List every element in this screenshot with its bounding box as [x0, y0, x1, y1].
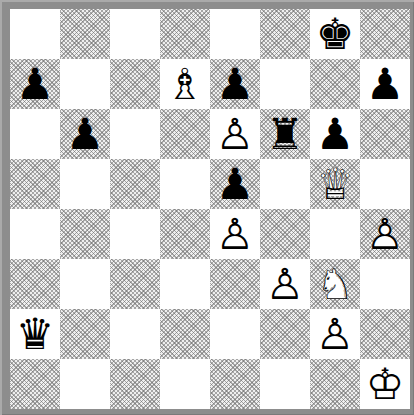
square-d7[interactable]: ♝♗ [160, 59, 210, 109]
square-c2[interactable] [110, 309, 160, 359]
square-e1[interactable] [210, 359, 260, 409]
white-bishop-glyph: ♗ [166, 63, 205, 106]
square-g8[interactable]: ♚ [310, 9, 360, 59]
white-bishop[interactable]: ♝♗ [160, 59, 210, 109]
square-h2[interactable] [360, 309, 410, 359]
square-b3[interactable] [60, 259, 110, 309]
square-h6[interactable] [360, 109, 410, 159]
black-pawn[interactable]: ♟ [60, 109, 110, 159]
white-pawn[interactable]: ♟♙ [310, 309, 360, 359]
black-pawn[interactable]: ♟ [310, 109, 360, 159]
square-e3[interactable] [210, 259, 260, 309]
square-d1[interactable] [160, 359, 210, 409]
square-c7[interactable] [110, 59, 160, 109]
black-pawn[interactable]: ♟ [210, 59, 260, 109]
square-a3[interactable] [10, 259, 60, 309]
square-c8[interactable] [110, 9, 160, 59]
square-h5[interactable] [360, 159, 410, 209]
white-king[interactable]: ♚♔ [360, 359, 410, 409]
square-g7[interactable] [310, 59, 360, 109]
white-queen[interactable]: ♛♕ [310, 159, 360, 209]
square-a4[interactable] [10, 209, 60, 259]
white-knight-glyph: ♘ [316, 263, 355, 306]
white-pawn-glyph: ♙ [216, 213, 255, 256]
square-g4[interactable] [310, 209, 360, 259]
white-queen-glyph: ♕ [316, 163, 355, 206]
square-c5[interactable] [110, 159, 160, 209]
white-pawn-glyph: ♙ [216, 113, 255, 156]
square-d6[interactable] [160, 109, 210, 159]
square-b7[interactable] [60, 59, 110, 109]
chess-board: ♚♟♝♗♟♟♟♟♙♜♟♟♛♕♟♙♟♙♟♙♞♘♛♟♙♚♔ [10, 9, 410, 409]
square-a5[interactable] [10, 159, 60, 209]
square-f2[interactable] [260, 309, 310, 359]
square-c3[interactable] [110, 259, 160, 309]
square-g2[interactable]: ♟♙ [310, 309, 360, 359]
white-pawn-glyph: ♙ [366, 213, 405, 256]
square-b6[interactable]: ♟ [60, 109, 110, 159]
square-b2[interactable] [60, 309, 110, 359]
black-pawn[interactable]: ♟ [210, 159, 260, 209]
black-pawn-glyph: ♟ [16, 63, 55, 106]
square-h8[interactable] [360, 9, 410, 59]
black-pawn[interactable]: ♟ [360, 59, 410, 109]
white-pawn[interactable]: ♟♙ [360, 209, 410, 259]
square-f8[interactable] [260, 9, 310, 59]
black-pawn-glyph: ♟ [216, 163, 255, 206]
square-e4[interactable]: ♟♙ [210, 209, 260, 259]
square-d4[interactable] [160, 209, 210, 259]
square-e2[interactable] [210, 309, 260, 359]
square-h1[interactable]: ♚♔ [360, 359, 410, 409]
square-b5[interactable] [60, 159, 110, 209]
square-e6[interactable]: ♟♙ [210, 109, 260, 159]
square-a6[interactable] [10, 109, 60, 159]
square-f4[interactable] [260, 209, 310, 259]
white-pawn[interactable]: ♟♙ [210, 209, 260, 259]
square-f6[interactable]: ♜ [260, 109, 310, 159]
square-d2[interactable] [160, 309, 210, 359]
square-a7[interactable]: ♟ [10, 59, 60, 109]
square-c4[interactable] [110, 209, 160, 259]
square-g5[interactable]: ♛♕ [310, 159, 360, 209]
square-b4[interactable] [60, 209, 110, 259]
white-king-glyph: ♔ [366, 363, 405, 406]
square-h7[interactable]: ♟ [360, 59, 410, 109]
board-frame: ♚♟♝♗♟♟♟♟♙♜♟♟♛♕♟♙♟♙♟♙♞♘♛♟♙♚♔ [0, 0, 414, 415]
black-king[interactable]: ♚ [310, 9, 360, 59]
square-d3[interactable] [160, 259, 210, 309]
square-e8[interactable] [210, 9, 260, 59]
black-pawn-glyph: ♟ [66, 113, 105, 156]
white-pawn[interactable]: ♟♙ [260, 259, 310, 309]
black-pawn-glyph: ♟ [316, 113, 355, 156]
black-rook-glyph: ♜ [266, 113, 305, 156]
square-a8[interactable] [10, 9, 60, 59]
black-king-glyph: ♚ [316, 13, 355, 56]
black-queen-glyph: ♛ [16, 313, 55, 356]
square-c1[interactable] [110, 359, 160, 409]
square-d5[interactable] [160, 159, 210, 209]
square-a2[interactable]: ♛ [10, 309, 60, 359]
square-g3[interactable]: ♞♘ [310, 259, 360, 309]
white-knight[interactable]: ♞♘ [310, 259, 360, 309]
white-pawn-glyph: ♙ [266, 263, 305, 306]
square-f7[interactable] [260, 59, 310, 109]
square-b1[interactable] [60, 359, 110, 409]
square-f3[interactable]: ♟♙ [260, 259, 310, 309]
square-b8[interactable] [60, 9, 110, 59]
square-f5[interactable] [260, 159, 310, 209]
white-pawn-glyph: ♙ [316, 313, 355, 356]
square-d8[interactable] [160, 9, 210, 59]
square-c6[interactable] [110, 109, 160, 159]
black-rook[interactable]: ♜ [260, 109, 310, 159]
square-g1[interactable] [310, 359, 360, 409]
square-e5[interactable]: ♟ [210, 159, 260, 209]
black-pawn-glyph: ♟ [366, 63, 405, 106]
square-h4[interactable]: ♟♙ [360, 209, 410, 259]
square-f1[interactable] [260, 359, 310, 409]
square-h3[interactable] [360, 259, 410, 309]
square-a1[interactable] [10, 359, 60, 409]
square-g6[interactable]: ♟ [310, 109, 360, 159]
black-queen[interactable]: ♛ [10, 309, 60, 359]
square-e7[interactable]: ♟ [210, 59, 260, 109]
black-pawn[interactable]: ♟ [10, 59, 60, 109]
black-pawn-glyph: ♟ [216, 63, 255, 106]
white-pawn[interactable]: ♟♙ [210, 109, 260, 159]
